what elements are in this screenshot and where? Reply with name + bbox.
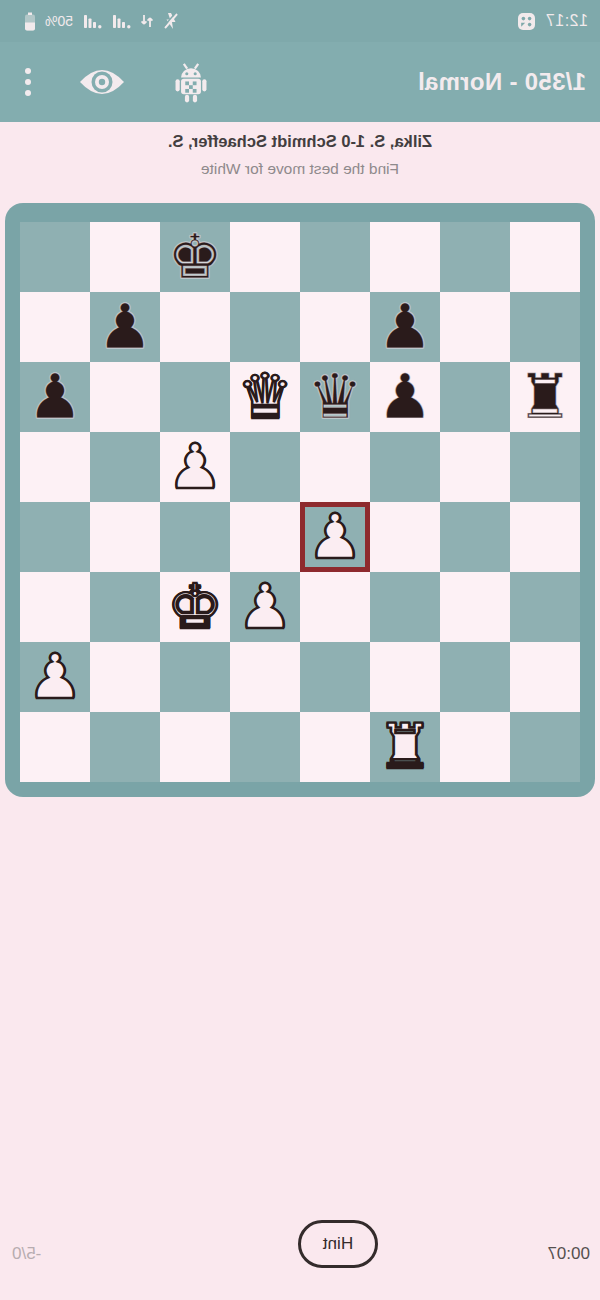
square-a1[interactable] <box>510 712 580 782</box>
square-f1[interactable] <box>160 712 230 782</box>
overflow-menu-button[interactable] <box>24 67 32 97</box>
page-title: 1/350 - Normal <box>210 68 586 96</box>
data-arrows-icon <box>140 13 154 29</box>
screen-record-icon <box>517 12 536 31</box>
square-c8[interactable] <box>370 222 440 292</box>
square-f3[interactable]: ♚ <box>160 572 230 642</box>
square-h6[interactable]: ♟ <box>20 362 90 432</box>
black-rook-piece: ♜ <box>517 362 573 432</box>
square-c1[interactable]: ♜ <box>370 712 440 782</box>
square-b3[interactable] <box>440 572 510 642</box>
square-e2[interactable] <box>230 642 300 712</box>
square-f5[interactable]: ♟ <box>160 432 230 502</box>
square-c4[interactable] <box>370 502 440 572</box>
square-a7[interactable] <box>510 292 580 362</box>
square-a5[interactable] <box>510 432 580 502</box>
square-a3[interactable] <box>510 572 580 642</box>
square-f7[interactable] <box>160 292 230 362</box>
clock-time: 12:17 <box>545 12 588 30</box>
square-d6[interactable]: ♛ <box>300 362 370 432</box>
square-e4[interactable] <box>230 502 300 572</box>
square-g6[interactable] <box>90 362 160 432</box>
black-queen-piece: ♛ <box>307 362 363 432</box>
square-b7[interactable] <box>440 292 510 362</box>
puzzle-instruction: Find the best move for White <box>0 160 600 178</box>
square-b8[interactable] <box>440 222 510 292</box>
square-d4[interactable]: ♟ <box>300 502 370 572</box>
square-g1[interactable] <box>90 712 160 782</box>
overflow-menu-icon <box>24 67 32 97</box>
square-e1[interactable] <box>230 712 300 782</box>
eye-icon <box>78 67 126 97</box>
engine-analysis-button[interactable] <box>172 61 210 103</box>
black-pawn-piece: ♟ <box>27 362 83 432</box>
square-h8[interactable] <box>20 222 90 292</box>
square-h3[interactable] <box>20 572 90 642</box>
app-bar: 1/350 - Normal <box>0 42 600 122</box>
square-d1[interactable] <box>300 712 370 782</box>
square-c5[interactable] <box>370 432 440 502</box>
square-c7[interactable]: ♟ <box>370 292 440 362</box>
square-d5[interactable] <box>300 432 370 502</box>
square-g2[interactable] <box>90 642 160 712</box>
white-pawn-piece: ♟ <box>27 642 83 712</box>
bottom-bar: 00:07 Hint -5/0 <box>0 1210 600 1300</box>
square-b6[interactable] <box>440 362 510 432</box>
square-c6[interactable]: ♟ <box>370 362 440 432</box>
square-a8[interactable] <box>510 222 580 292</box>
square-d2[interactable] <box>300 642 370 712</box>
show-solution-button[interactable] <box>78 67 126 97</box>
square-h1[interactable] <box>20 712 90 782</box>
white-pawn-piece: ♟ <box>237 572 293 642</box>
elapsed-timer: 00:07 <box>547 1244 590 1264</box>
square-a6[interactable]: ♜ <box>510 362 580 432</box>
square-c3[interactable] <box>370 572 440 642</box>
square-b4[interactable] <box>440 502 510 572</box>
game-players-label: Zilka, S. 1-0 Schmidt Schaeffer, S. <box>0 132 600 151</box>
square-e3[interactable]: ♟ <box>230 572 300 642</box>
square-h4[interactable] <box>20 502 90 572</box>
square-b1[interactable] <box>440 712 510 782</box>
black-pawn-piece: ♟ <box>377 362 433 432</box>
chess-board-frame: ♚♟♟♜♟♛♛♟♟♟♟♚♟♜ <box>5 203 595 797</box>
hint-button[interactable]: Hint <box>298 1220 378 1268</box>
battery-percent: 50% <box>45 13 73 29</box>
signal-icon <box>111 13 131 29</box>
square-h2[interactable]: ♟ <box>20 642 90 712</box>
white-queen-piece: ♛ <box>237 362 293 432</box>
battery-icon <box>24 12 36 31</box>
square-a2[interactable] <box>510 642 580 712</box>
square-h5[interactable] <box>20 432 90 502</box>
square-e5[interactable] <box>230 432 300 502</box>
puzzle-info: Zilka, S. 1-0 Schmidt Schaeffer, S. Find… <box>0 122 600 178</box>
square-c2[interactable] <box>370 642 440 712</box>
square-b5[interactable] <box>440 432 510 502</box>
signal-icon <box>82 13 102 29</box>
white-king-piece: ♚ <box>167 572 223 642</box>
square-f6[interactable] <box>160 362 230 432</box>
square-f8[interactable]: ♚ <box>160 222 230 292</box>
square-h7[interactable] <box>20 292 90 362</box>
score-label: -5/0 <box>12 1244 41 1264</box>
square-g5[interactable] <box>90 432 160 502</box>
square-g3[interactable] <box>90 572 160 642</box>
square-f2[interactable] <box>160 642 230 712</box>
status-bar: 12:17 <box>0 0 600 42</box>
square-b2[interactable] <box>440 642 510 712</box>
chess-board: ♚♟♟♜♟♛♛♟♟♟♟♚♟♜ <box>20 222 580 782</box>
phone-screen: 12:17 <box>0 0 600 1300</box>
square-e7[interactable] <box>230 292 300 362</box>
black-king-piece: ♚ <box>167 222 223 292</box>
square-e8[interactable] <box>230 222 300 292</box>
square-g8[interactable] <box>90 222 160 292</box>
square-d8[interactable] <box>300 222 370 292</box>
square-f4[interactable] <box>160 502 230 572</box>
white-rook-piece: ♜ <box>377 712 433 782</box>
square-g7[interactable]: ♟ <box>90 292 160 362</box>
android-robot-icon <box>172 61 210 103</box>
white-pawn-piece: ♟ <box>307 502 363 572</box>
white-pawn-piece: ♟ <box>167 432 223 502</box>
square-d7[interactable] <box>300 292 370 362</box>
square-a4[interactable] <box>510 502 580 572</box>
square-e6[interactable]: ♛ <box>230 362 300 432</box>
flash-off-icon <box>163 12 179 30</box>
square-d3[interactable] <box>300 572 370 642</box>
black-pawn-piece: ♟ <box>97 292 153 362</box>
square-g4[interactable] <box>90 502 160 572</box>
black-pawn-piece: ♟ <box>377 292 433 362</box>
